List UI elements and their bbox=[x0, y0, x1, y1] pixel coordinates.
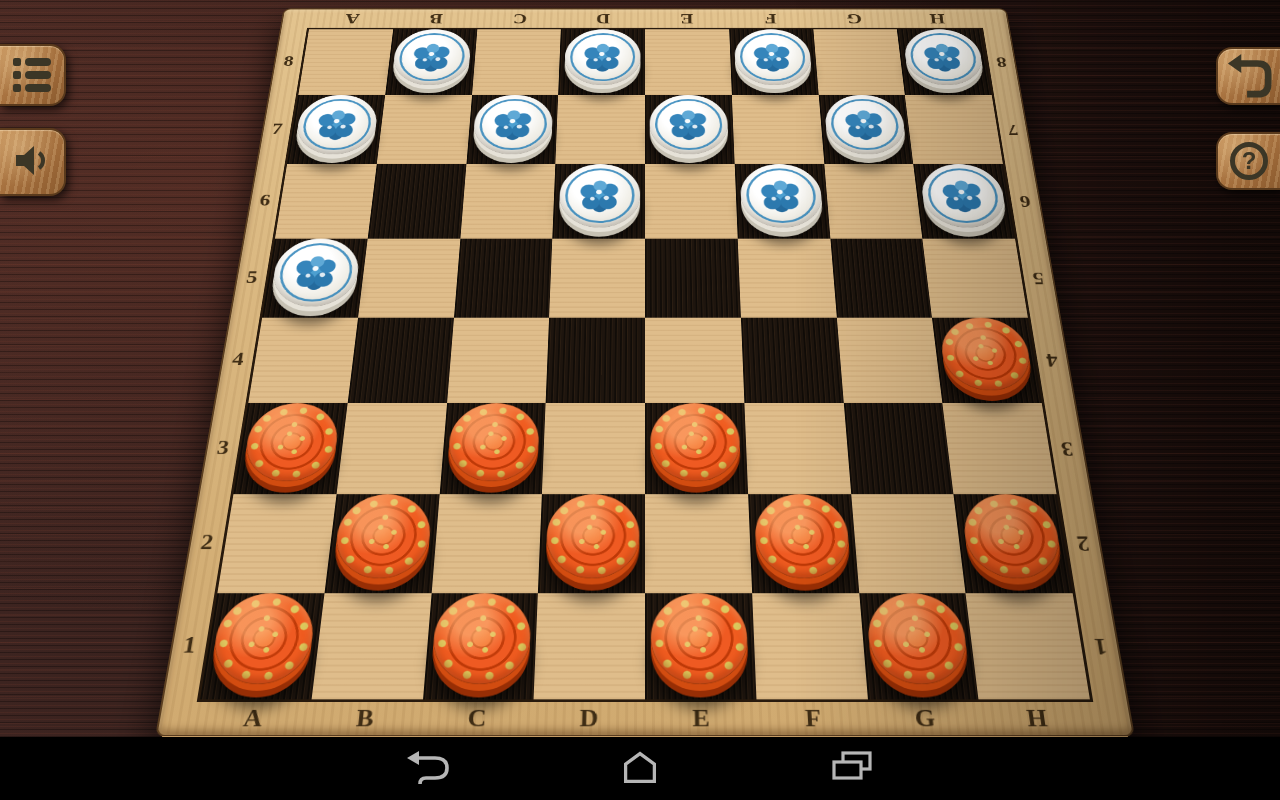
checker-white-h6[interactable] bbox=[919, 164, 1009, 227]
checker-white-c7[interactable] bbox=[472, 95, 554, 154]
checker-white-e7[interactable] bbox=[650, 95, 729, 154]
blue-ornament bbox=[309, 105, 366, 144]
checker-orange-e1[interactable] bbox=[651, 593, 749, 684]
checker-orange-h4[interactable] bbox=[938, 318, 1035, 391]
checker-orange-f2[interactable] bbox=[754, 494, 852, 578]
checkers-board: ABCDEFGH ABCDEFGH 87654321 87654321 bbox=[155, 8, 1135, 737]
blue-ornament bbox=[933, 175, 992, 217]
wood-table-background: ABCDEFGH ABCDEFGH 87654321 87654321 bbox=[0, 0, 1280, 737]
checker-orange-b2[interactable] bbox=[332, 494, 433, 578]
checker-orange-c3[interactable] bbox=[446, 403, 540, 481]
back-arrow-icon bbox=[404, 748, 452, 788]
checker-white-a5[interactable] bbox=[269, 238, 362, 306]
file-label-top-b: B bbox=[393, 9, 478, 27]
checker-orange-a1[interactable] bbox=[209, 593, 318, 684]
speaker-icon bbox=[12, 141, 52, 184]
blue-ornament bbox=[916, 39, 971, 76]
checker-white-g7[interactable] bbox=[823, 95, 907, 154]
blue-ornament bbox=[747, 39, 799, 76]
file-label-top-e: E bbox=[645, 9, 729, 27]
file-label-bottom-b: B bbox=[307, 702, 422, 735]
checker-orange-a3[interactable] bbox=[241, 403, 341, 481]
playing-area bbox=[197, 28, 1094, 702]
file-label-bottom-d: D bbox=[532, 702, 645, 735]
help-button[interactable]: ? bbox=[1216, 132, 1280, 190]
file-label-top-f: F bbox=[728, 9, 813, 27]
checker-orange-h2[interactable] bbox=[960, 494, 1065, 578]
menu-list-icon bbox=[13, 58, 51, 92]
file-label-bottom-f: F bbox=[756, 702, 870, 735]
home-button[interactable] bbox=[616, 746, 664, 790]
blue-ornament bbox=[754, 175, 810, 217]
file-label-top-c: C bbox=[477, 9, 562, 27]
back-button[interactable] bbox=[404, 746, 452, 790]
checker-white-b8[interactable] bbox=[391, 29, 472, 85]
checker-white-f8[interactable] bbox=[734, 29, 813, 85]
checker-orange-d2[interactable] bbox=[545, 494, 639, 578]
file-label-bottom-g: G bbox=[868, 702, 983, 735]
blue-ornament bbox=[405, 39, 459, 76]
checker-orange-e3[interactable] bbox=[651, 403, 742, 481]
checker-white-f6[interactable] bbox=[740, 164, 824, 227]
android-navigation-bar bbox=[0, 737, 1280, 800]
file-label-bottom-e: E bbox=[645, 702, 758, 735]
blue-ornament bbox=[577, 39, 628, 76]
checker-white-a7[interactable] bbox=[294, 95, 380, 154]
checker-white-h8[interactable] bbox=[902, 29, 985, 85]
checker-orange-c1[interactable] bbox=[430, 593, 532, 684]
undo-button[interactable] bbox=[1216, 47, 1280, 105]
file-labels-bottom: ABCDEFGH bbox=[194, 702, 1095, 735]
blue-ornament bbox=[286, 250, 347, 295]
file-labels-top: ABCDEFGH bbox=[309, 9, 981, 27]
checker-orange-g1[interactable] bbox=[865, 593, 971, 684]
file-label-bottom-a: A bbox=[194, 702, 311, 735]
checkers-app-screen: ABCDEFGH ABCDEFGH 87654321 87654321 bbox=[0, 0, 1280, 800]
sound-button[interactable] bbox=[0, 128, 66, 196]
file-label-top-g: G bbox=[811, 9, 896, 27]
file-label-top-h: H bbox=[895, 9, 981, 27]
checker-white-d8[interactable] bbox=[564, 29, 641, 85]
file-label-bottom-c: C bbox=[420, 702, 534, 735]
pieces-layer bbox=[200, 29, 1090, 699]
file-label-top-a: A bbox=[309, 9, 395, 27]
recent-apps-icon-button[interactable] bbox=[828, 746, 876, 790]
file-label-top-d: D bbox=[561, 9, 645, 27]
home-icon bbox=[616, 748, 664, 788]
blue-ornament bbox=[837, 105, 892, 144]
menu-button[interactable] bbox=[0, 44, 66, 106]
blue-ornament bbox=[486, 105, 540, 144]
recent-apps-icon bbox=[828, 748, 876, 788]
undo-arrow-icon bbox=[1226, 52, 1272, 101]
blue-ornament bbox=[572, 175, 626, 217]
checker-white-d6[interactable] bbox=[558, 164, 640, 227]
file-label-bottom-h: H bbox=[979, 702, 1096, 735]
blue-ornament bbox=[663, 105, 715, 144]
question-mark-icon: ? bbox=[1230, 142, 1268, 180]
